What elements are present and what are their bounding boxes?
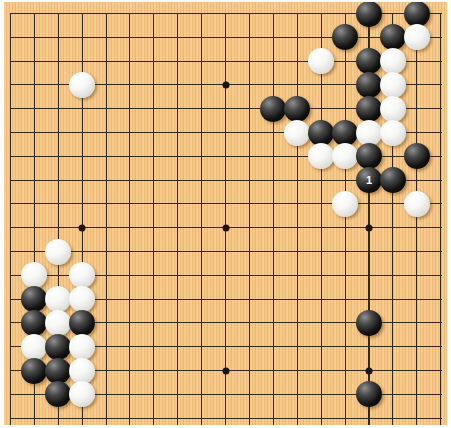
board-grid: 1 (10, 13, 442, 425)
star-point (222, 81, 229, 88)
stone-white-s11[interactable] (404, 191, 430, 217)
stone-black-s19[interactable] (404, 2, 430, 27)
star-point (366, 367, 373, 374)
stone-black-n15[interactable] (284, 96, 310, 122)
stone-black-m15[interactable] (260, 96, 286, 122)
star-point (366, 224, 373, 231)
stone-white-r17[interactable] (380, 48, 406, 74)
stone-white-o13[interactable] (308, 143, 334, 169)
stone-black-q19[interactable] (356, 2, 382, 27)
star-point (222, 224, 229, 231)
star-point (79, 224, 86, 231)
stone-white-d8[interactable] (69, 262, 95, 288)
stone-black-c3[interactable] (45, 381, 71, 407)
stone-white-d4[interactable] (69, 358, 95, 384)
stone-white-r16[interactable] (380, 72, 406, 98)
stone-white-c9[interactable] (45, 239, 71, 265)
stone-black-b4[interactable] (21, 358, 47, 384)
stone-white-s18[interactable] (404, 24, 430, 50)
stone-black-r12[interactable] (380, 167, 406, 193)
stone-white-b5[interactable] (21, 334, 47, 360)
stone-white-d3[interactable] (69, 381, 95, 407)
stone-black-q16[interactable] (356, 72, 382, 98)
stone-white-d7[interactable] (69, 286, 95, 312)
stone-black-q13[interactable] (356, 143, 382, 169)
stone-white-p13[interactable] (332, 143, 358, 169)
stone-black-q6[interactable] (356, 310, 382, 336)
stone-black-q17[interactable] (356, 48, 382, 74)
stone-white-n14[interactable] (284, 120, 310, 146)
stone-black-d6[interactable] (69, 310, 95, 336)
stone-white-b8[interactable] (21, 262, 47, 288)
stone-white-q14[interactable] (356, 120, 382, 146)
stone-white-c7[interactable] (45, 286, 71, 312)
stone-black-q3[interactable] (356, 381, 382, 407)
stone-white-d16[interactable] (69, 72, 95, 98)
stone-white-p11[interactable] (332, 191, 358, 217)
stone-black-q15[interactable] (356, 96, 382, 122)
stone-white-r14[interactable] (380, 120, 406, 146)
stone-white-o17[interactable] (308, 48, 334, 74)
star-point (222, 367, 229, 374)
stone-black-q12[interactable]: 1 (356, 167, 382, 193)
stone-black-p18[interactable] (332, 24, 358, 50)
stone-white-d5[interactable] (69, 334, 95, 360)
stone-black-b7[interactable] (21, 286, 47, 312)
stone-black-r18[interactable] (380, 24, 406, 50)
go-board[interactable]: 1 (4, 2, 447, 425)
stone-black-o14[interactable] (308, 120, 334, 146)
stone-black-s13[interactable] (404, 143, 430, 169)
stone-black-c4[interactable] (45, 358, 71, 384)
stone-black-p14[interactable] (332, 120, 358, 146)
stone-black-c5[interactable] (45, 334, 71, 360)
stone-white-r15[interactable] (380, 96, 406, 122)
stone-black-b6[interactable] (21, 310, 47, 336)
stone-white-c6[interactable] (45, 310, 71, 336)
